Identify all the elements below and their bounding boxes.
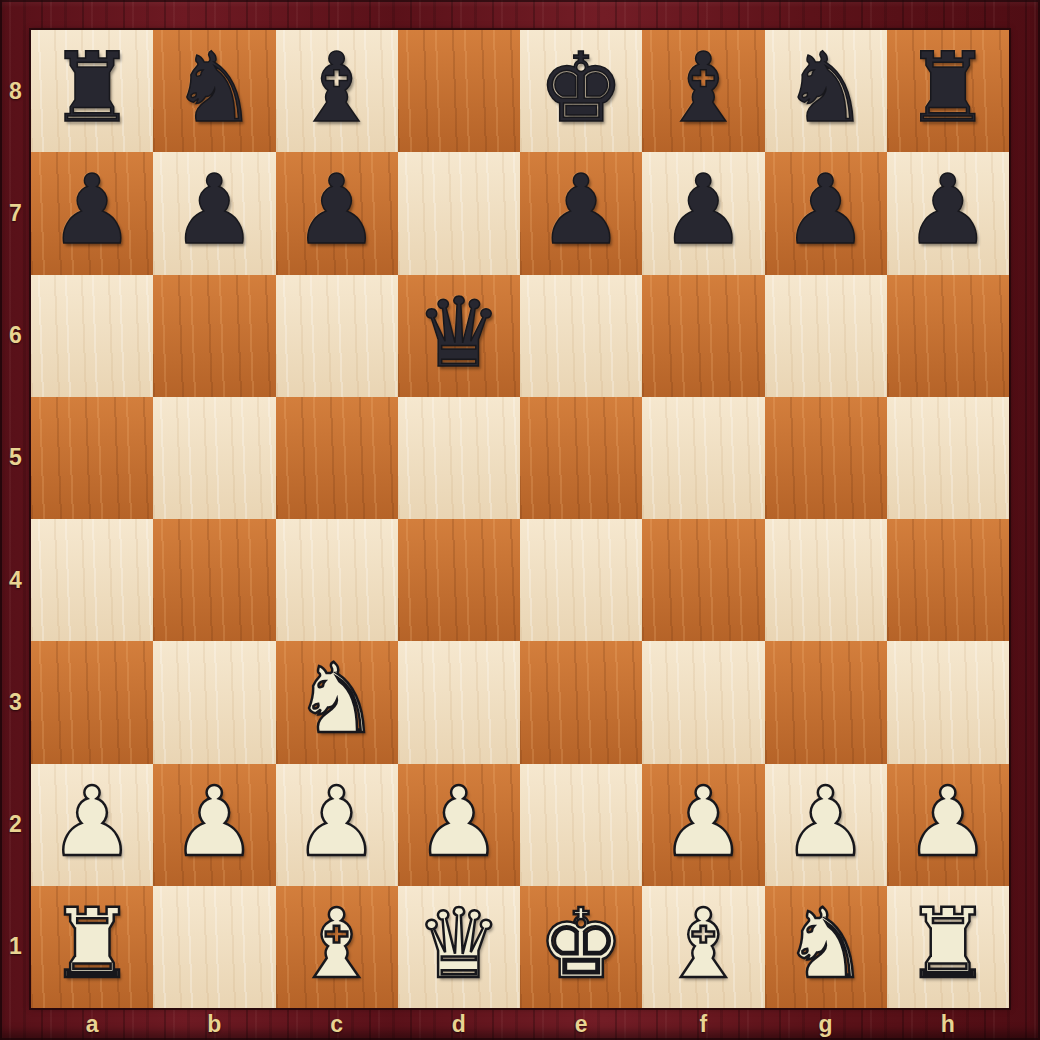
- square-d8[interactable]: [398, 30, 520, 152]
- rank-label-7: 7: [0, 152, 31, 274]
- square-d5[interactable]: [398, 397, 520, 519]
- rank-label-6: 6: [0, 275, 31, 397]
- piece-black-pawn[interactable]: ♟: [294, 162, 380, 258]
- piece-white-bishop[interactable]: ♝: [294, 896, 380, 992]
- piece-black-knight[interactable]: ♞: [171, 40, 257, 136]
- square-b5[interactable]: [153, 397, 275, 519]
- piece-white-pawn[interactable]: ♟: [171, 774, 257, 870]
- square-a5[interactable]: [31, 397, 153, 519]
- square-g4[interactable]: [765, 519, 887, 641]
- rank-label-4: 4: [0, 519, 31, 641]
- square-e5[interactable]: [520, 397, 642, 519]
- square-d6[interactable]: ♛: [398, 275, 520, 397]
- piece-white-knight[interactable]: ♞: [294, 651, 380, 747]
- square-e4[interactable]: [520, 519, 642, 641]
- rank-label-5: 5: [0, 397, 31, 519]
- piece-black-rook[interactable]: ♜: [49, 40, 135, 136]
- square-c7[interactable]: ♟: [276, 152, 398, 274]
- piece-white-bishop[interactable]: ♝: [660, 896, 746, 992]
- square-g6[interactable]: [765, 275, 887, 397]
- square-f7[interactable]: ♟: [642, 152, 764, 274]
- square-h8[interactable]: ♜: [887, 30, 1009, 152]
- piece-black-pawn[interactable]: ♟: [49, 162, 135, 258]
- square-f5[interactable]: [642, 397, 764, 519]
- file-label-d: d: [398, 1008, 520, 1040]
- square-h1[interactable]: ♜: [887, 886, 1009, 1008]
- file-label-h: h: [887, 1008, 1009, 1040]
- square-b2[interactable]: ♟: [153, 764, 275, 886]
- square-c8[interactable]: ♝: [276, 30, 398, 152]
- piece-black-pawn[interactable]: ♟: [660, 162, 746, 258]
- piece-black-knight[interactable]: ♞: [783, 40, 869, 136]
- piece-white-pawn[interactable]: ♟: [294, 774, 380, 870]
- square-h5[interactable]: [887, 397, 1009, 519]
- square-f6[interactable]: [642, 275, 764, 397]
- piece-white-pawn[interactable]: ♟: [905, 774, 991, 870]
- square-h4[interactable]: [887, 519, 1009, 641]
- piece-white-rook[interactable]: ♜: [49, 896, 135, 992]
- square-b3[interactable]: [153, 641, 275, 763]
- square-c1[interactable]: ♝: [276, 886, 398, 1008]
- piece-white-pawn[interactable]: ♟: [783, 774, 869, 870]
- square-e1[interactable]: ♚: [520, 886, 642, 1008]
- piece-white-rook[interactable]: ♜: [905, 896, 991, 992]
- square-d4[interactable]: [398, 519, 520, 641]
- file-label-g: g: [765, 1008, 887, 1040]
- piece-white-queen[interactable]: ♛: [416, 896, 502, 992]
- square-a4[interactable]: [31, 519, 153, 641]
- square-f4[interactable]: [642, 519, 764, 641]
- piece-black-king[interactable]: ♚: [538, 40, 624, 136]
- square-b7[interactable]: ♟: [153, 152, 275, 274]
- square-g8[interactable]: ♞: [765, 30, 887, 152]
- chess-board: ♜♞♝♚♝♞♜♟♟♟♟♟♟♟♛♞♟♟♟♟♟♟♟♜♝♛♚♝♞♜: [31, 30, 1009, 1008]
- square-g2[interactable]: ♟: [765, 764, 887, 886]
- square-e2[interactable]: [520, 764, 642, 886]
- square-f3[interactable]: [642, 641, 764, 763]
- piece-black-pawn[interactable]: ♟: [905, 162, 991, 258]
- square-a8[interactable]: ♜: [31, 30, 153, 152]
- rank-label-8: 8: [0, 30, 31, 152]
- rank-label-2: 2: [0, 764, 31, 886]
- piece-white-king[interactable]: ♚: [538, 896, 624, 992]
- square-b4[interactable]: [153, 519, 275, 641]
- square-d1[interactable]: ♛: [398, 886, 520, 1008]
- square-a3[interactable]: [31, 641, 153, 763]
- square-a6[interactable]: [31, 275, 153, 397]
- square-h3[interactable]: [887, 641, 1009, 763]
- square-g3[interactable]: [765, 641, 887, 763]
- file-label-a: a: [31, 1008, 153, 1040]
- square-e3[interactable]: [520, 641, 642, 763]
- square-g1[interactable]: ♞: [765, 886, 887, 1008]
- piece-black-rook[interactable]: ♜: [905, 40, 991, 136]
- square-a7[interactable]: ♟: [31, 152, 153, 274]
- piece-black-bishop[interactable]: ♝: [660, 40, 746, 136]
- piece-black-queen[interactable]: ♛: [416, 285, 502, 381]
- square-e6[interactable]: [520, 275, 642, 397]
- square-c5[interactable]: [276, 397, 398, 519]
- square-b6[interactable]: [153, 275, 275, 397]
- file-label-f: f: [642, 1008, 764, 1040]
- square-e7[interactable]: ♟: [520, 152, 642, 274]
- square-d2[interactable]: ♟: [398, 764, 520, 886]
- piece-white-pawn[interactable]: ♟: [49, 774, 135, 870]
- piece-white-pawn[interactable]: ♟: [660, 774, 746, 870]
- square-h6[interactable]: [887, 275, 1009, 397]
- chess-board-frame: ♜♞♝♚♝♞♜♟♟♟♟♟♟♟♛♞♟♟♟♟♟♟♟♜♝♛♚♝♞♜ 87654321 …: [0, 0, 1040, 1040]
- square-e8[interactable]: ♚: [520, 30, 642, 152]
- square-h2[interactable]: ♟: [887, 764, 1009, 886]
- square-c6[interactable]: [276, 275, 398, 397]
- square-f1[interactable]: ♝: [642, 886, 764, 1008]
- square-f2[interactable]: ♟: [642, 764, 764, 886]
- square-f8[interactable]: ♝: [642, 30, 764, 152]
- square-g5[interactable]: [765, 397, 887, 519]
- square-b8[interactable]: ♞: [153, 30, 275, 152]
- square-b1[interactable]: [153, 886, 275, 1008]
- square-c2[interactable]: ♟: [276, 764, 398, 886]
- square-g7[interactable]: ♟: [765, 152, 887, 274]
- piece-black-bishop[interactable]: ♝: [294, 40, 380, 136]
- piece-black-pawn[interactable]: ♟: [171, 162, 257, 258]
- square-a1[interactable]: ♜: [31, 886, 153, 1008]
- file-label-e: e: [520, 1008, 642, 1040]
- piece-white-pawn[interactable]: ♟: [416, 774, 502, 870]
- piece-black-pawn[interactable]: ♟: [538, 162, 624, 258]
- square-h7[interactable]: ♟: [887, 152, 1009, 274]
- piece-black-pawn[interactable]: ♟: [783, 162, 869, 258]
- square-d3[interactable]: [398, 641, 520, 763]
- rank-label-1: 1: [0, 886, 31, 1008]
- square-c3[interactable]: ♞: [276, 641, 398, 763]
- file-label-b: b: [153, 1008, 275, 1040]
- file-label-c: c: [276, 1008, 398, 1040]
- rank-label-3: 3: [0, 641, 31, 763]
- piece-white-knight[interactable]: ♞: [783, 896, 869, 992]
- square-d7[interactable]: [398, 152, 520, 274]
- square-a2[interactable]: ♟: [31, 764, 153, 886]
- square-c4[interactable]: [276, 519, 398, 641]
